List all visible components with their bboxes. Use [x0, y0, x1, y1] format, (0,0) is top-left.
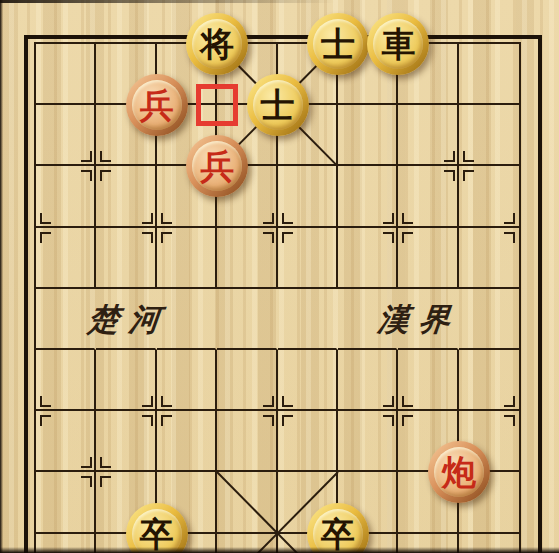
point-marker: [383, 232, 394, 243]
piece-glyph: 卒: [321, 517, 355, 551]
piece-face: 兵: [192, 141, 242, 191]
point-marker: [282, 232, 293, 243]
point-marker: [504, 213, 515, 224]
point-marker: [504, 232, 515, 243]
piece-black-advisor[interactable]: 士: [307, 13, 369, 75]
piece-face: 士: [313, 19, 363, 69]
point-marker: [142, 232, 153, 243]
piece-glyph: 将: [200, 27, 234, 61]
piece-glyph: 車: [381, 27, 415, 61]
piece-glyph: 兵: [140, 88, 174, 122]
point-marker: [282, 396, 293, 407]
point-marker: [444, 170, 455, 181]
point-marker: [142, 396, 153, 407]
point-marker: [161, 232, 172, 243]
piece-face: 士: [253, 80, 303, 130]
piece-face: 卒: [132, 509, 182, 553]
piece-glyph: 兵: [200, 149, 234, 183]
point-marker: [40, 396, 51, 407]
point-marker: [100, 476, 111, 487]
point-marker: [100, 170, 111, 181]
point-marker: [161, 415, 172, 426]
point-marker: [40, 213, 51, 224]
point-marker: [383, 213, 394, 224]
point-marker: [282, 213, 293, 224]
point-marker: [161, 396, 172, 407]
point-marker: [81, 457, 92, 468]
piece-glyph: 卒: [140, 517, 174, 551]
piece-glyph: 炮: [442, 455, 476, 489]
point-marker: [402, 396, 413, 407]
point-marker: [161, 213, 172, 224]
point-marker: [402, 232, 413, 243]
point-marker: [402, 213, 413, 224]
river-label-han: 漢界: [375, 289, 463, 350]
point-marker: [463, 170, 474, 181]
piece-face: 兵: [132, 80, 182, 130]
point-marker: [81, 476, 92, 487]
screen-edge-shadow-top: [0, 0, 335, 3]
point-marker: [100, 151, 111, 162]
point-marker: [463, 151, 474, 162]
point-marker: [40, 232, 51, 243]
point-marker: [282, 415, 293, 426]
piece-black-soldier[interactable]: 卒: [307, 503, 369, 553]
point-marker: [383, 415, 394, 426]
piece-red-cannon[interactable]: 炮: [428, 441, 490, 503]
point-marker: [142, 213, 153, 224]
point-marker: [81, 170, 92, 181]
point-marker: [263, 415, 274, 426]
piece-black-soldier[interactable]: 卒: [126, 503, 188, 553]
point-marker: [81, 151, 92, 162]
point-marker: [142, 415, 153, 426]
piece-face: 車: [373, 19, 423, 69]
piece-glyph: 士: [261, 88, 295, 122]
piece-black-advisor[interactable]: 士: [247, 74, 309, 136]
piece-face: 炮: [434, 447, 484, 497]
piece-face: 将: [192, 19, 242, 69]
point-marker: [402, 415, 413, 426]
point-marker: [383, 396, 394, 407]
point-marker: [504, 415, 515, 426]
piece-face: 卒: [313, 509, 363, 553]
piece-black-general[interactable]: 将: [186, 13, 248, 75]
last-move-marker: [196, 84, 238, 126]
point-marker: [263, 396, 274, 407]
point-marker: [40, 415, 51, 426]
point-marker: [100, 457, 111, 468]
screen-edge-shadow-left: [0, 0, 3, 553]
point-marker: [263, 232, 274, 243]
piece-black-chariot[interactable]: 車: [367, 13, 429, 75]
xiangqi-board-screen: 将士車士兵兵炮卒卒 楚河 漢界: [0, 0, 559, 553]
piece-glyph: 士: [321, 27, 355, 61]
point-marker: [504, 396, 515, 407]
river-label-chu: 楚河: [85, 289, 173, 350]
piece-red-soldier[interactable]: 兵: [186, 135, 248, 197]
piece-red-soldier[interactable]: 兵: [126, 74, 188, 136]
point-marker: [263, 213, 274, 224]
point-marker: [444, 151, 455, 162]
